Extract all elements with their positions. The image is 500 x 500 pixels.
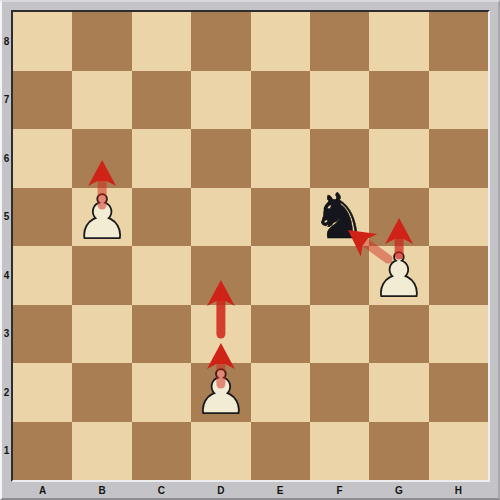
chess-diagram-frame: 87654321 ABCDEFGH ♟♟♟♞	[0, 0, 500, 500]
piece-black-knight-f5[interactable]: ♞	[310, 188, 369, 247]
chess-board: ♟♟♟♞	[11, 10, 490, 482]
file-label-e: E	[251, 483, 310, 498]
file-labels-row: ABCDEFGH	[13, 483, 488, 498]
file-label-h: H	[429, 483, 488, 498]
rank-label-4: 4	[2, 246, 11, 305]
rank-label-6: 6	[2, 129, 11, 188]
rank-label-1: 1	[2, 422, 11, 481]
rank-label-2: 2	[2, 363, 11, 422]
rank-labels-column: 87654321	[2, 12, 11, 480]
pieces-layer: ♟♟♟♞	[13, 12, 488, 480]
rank-label-7: 7	[2, 71, 11, 130]
file-label-c: C	[132, 483, 191, 498]
piece-white-pawn-d2[interactable]: ♟	[191, 363, 250, 422]
file-label-g: G	[369, 483, 428, 498]
file-label-a: A	[13, 483, 72, 498]
piece-white-pawn-b5[interactable]: ♟	[72, 188, 131, 247]
piece-white-pawn-g4[interactable]: ♟	[369, 246, 428, 305]
rank-label-3: 3	[2, 305, 11, 364]
rank-label-5: 5	[2, 188, 11, 247]
file-label-b: B	[72, 483, 131, 498]
rank-label-8: 8	[2, 12, 11, 71]
file-label-d: D	[191, 483, 250, 498]
file-label-f: F	[310, 483, 369, 498]
